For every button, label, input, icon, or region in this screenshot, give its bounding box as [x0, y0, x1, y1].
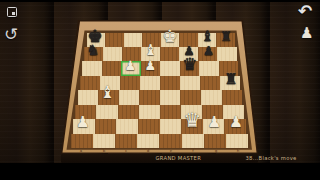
square-g1[interactable]	[204, 134, 226, 149]
square-a1[interactable]	[71, 134, 93, 149]
square-c8[interactable]	[124, 33, 143, 48]
piece-g2-white-pawn[interactable]: ♟	[207, 115, 221, 130]
square-h4[interactable]	[222, 90, 243, 105]
piece-a7-black-knight[interactable]: ♞	[86, 44, 99, 58]
status-bar: GRAND MASTER 38...Black's move	[61, 154, 258, 164]
file-label-g: g	[214, 149, 217, 154]
letterbox-top	[0, 0, 320, 2]
square-d4[interactable]	[139, 90, 160, 105]
square-e5[interactable]	[160, 76, 180, 91]
file-label-a: a	[80, 149, 82, 154]
file-label-d: d	[147, 149, 150, 154]
square-g5[interactable]	[200, 76, 220, 91]
square-f5[interactable]	[180, 76, 200, 91]
square-e7[interactable]	[160, 47, 179, 62]
square-h1[interactable]	[226, 134, 248, 149]
square-g6[interactable]	[199, 61, 219, 76]
piece-d7-white-bishop[interactable]: ♝	[144, 43, 157, 58]
square-b7[interactable]	[103, 47, 122, 62]
square-e1[interactable]	[159, 134, 181, 149]
piece-h5-black-rook[interactable]: ♜	[224, 72, 238, 87]
piece-e8-white-king[interactable]: ♚	[162, 27, 177, 44]
square-d1[interactable]	[137, 134, 159, 149]
window-icon[interactable]	[7, 7, 17, 17]
file-label-h: h	[237, 149, 240, 154]
square-f4[interactable]	[180, 90, 201, 105]
square-d3[interactable]	[139, 105, 160, 120]
square-d5[interactable]	[140, 76, 160, 91]
pawn-icon[interactable]: ♟	[300, 26, 313, 41]
square-b8[interactable]	[105, 33, 124, 48]
file-label-e: e	[170, 149, 172, 154]
square-c2[interactable]	[116, 119, 138, 134]
piece-h8-black-rook[interactable]: ♜	[220, 30, 232, 43]
square-e4[interactable]	[160, 90, 181, 105]
square-a6[interactable]	[82, 61, 102, 76]
square-c5[interactable]	[120, 76, 140, 91]
square-e2[interactable]	[160, 119, 182, 134]
square-d2[interactable]	[138, 119, 160, 134]
undo-icon[interactable]: ↶	[298, 3, 312, 20]
square-g4[interactable]	[201, 90, 222, 105]
square-c3[interactable]	[118, 105, 139, 120]
piece-h2-white-pawn[interactable]: ♟	[229, 115, 243, 130]
square-b1[interactable]	[93, 134, 115, 149]
letterbox-bottom	[0, 163, 320, 180]
piece-c6-white-pawn[interactable]: ♟	[125, 59, 137, 72]
chess-app-screen: abcdefgh ♚♚♝♜♞♝♟♟♟♟♛♜♝♟♛♟♟ GRAND MASTER …	[0, 0, 320, 180]
square-b3[interactable]	[96, 105, 117, 120]
square-b2[interactable]	[95, 119, 117, 134]
square-a5[interactable]	[80, 76, 100, 91]
piece-f6-black-queen[interactable]: ♛	[182, 56, 197, 73]
square-e6[interactable]	[160, 61, 180, 76]
piece-b4-white-bishop[interactable]: ♝	[100, 85, 115, 102]
piece-a2-white-pawn[interactable]: ♟	[76, 115, 90, 130]
rotate-icon[interactable]: ↺	[4, 26, 18, 43]
piece-g8-black-bishop[interactable]: ♝	[201, 29, 214, 43]
square-b6[interactable]	[102, 61, 122, 76]
piece-d6-white-pawn[interactable]: ♟	[144, 59, 156, 72]
square-h7[interactable]	[217, 47, 236, 62]
square-a4[interactable]	[78, 90, 99, 105]
file-label-f: f	[192, 149, 193, 154]
square-e3[interactable]	[160, 105, 181, 120]
square-f1[interactable]	[182, 134, 204, 149]
file-label-c: c	[125, 149, 127, 154]
piece-a8-black-king[interactable]: ♚	[87, 27, 102, 44]
piece-f2-white-queen[interactable]: ♛	[183, 112, 201, 132]
square-c1[interactable]	[115, 134, 137, 149]
square-c4[interactable]	[119, 90, 140, 105]
file-label-b: b	[102, 149, 105, 154]
turn-indicator: 38...Black's move	[201, 154, 320, 164]
piece-g7-black-pawn[interactable]: ♟	[203, 45, 214, 57]
